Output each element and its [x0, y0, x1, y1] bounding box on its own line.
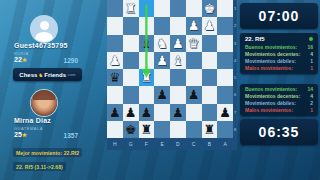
square-d1[interactable]: [170, 0, 186, 17]
stat-label: Malos movimientos:: [245, 65, 293, 72]
rank-label-8: 8: [233, 121, 237, 138]
rank-label-6: 6: [233, 86, 237, 103]
square-g1[interactable]: ♜: [123, 0, 139, 17]
piece-r-f8[interactable]: ♜: [141, 121, 153, 138]
square-d7[interactable]: ♟: [170, 104, 186, 121]
square-f5[interactable]: ♜: [139, 69, 155, 86]
piece-p-c6[interactable]: ♟: [188, 86, 200, 103]
logo-suffix: .com: [67, 72, 76, 77]
stat-label: Movimientos débiles:: [245, 58, 296, 65]
square-d2[interactable]: [170, 17, 186, 34]
stat-row: Malos movimientos:1: [240, 107, 318, 114]
rank-label-3: 3: [233, 35, 237, 52]
rank-label-1: 1: [233, 0, 237, 17]
piece-p-e6[interactable]: ♟: [156, 86, 168, 103]
piece-k-g8[interactable]: ♚: [125, 121, 137, 138]
top-player-stars: 22★: [14, 56, 27, 63]
file-label-B: B: [202, 141, 218, 147]
stat-value: 1: [310, 65, 313, 72]
chess-analysis-window: Guest46735795 RUSIA 22★ 1290 Chess ♞ Fri…: [0, 0, 320, 180]
rank-coordinates: 12345678: [233, 0, 237, 138]
square-f8[interactable]: ♜: [139, 121, 155, 138]
square-g8[interactable]: ♚: [123, 121, 139, 138]
file-label-D: D: [170, 141, 186, 147]
avatar-top-player: [31, 16, 57, 42]
star-icon: ★: [22, 57, 27, 63]
square-h6[interactable]: [107, 86, 123, 103]
stat-value: 1: [310, 58, 313, 65]
piece-b-f3[interactable]: ♝: [141, 35, 153, 52]
best-move-text: Mejor movimiento: 22.Rf2: [13, 148, 82, 157]
piece-P-b2[interactable]: ♟: [204, 17, 216, 34]
bottom-player-name: Mirna Diaz: [14, 117, 51, 124]
top-player-name: Guest46735795: [14, 42, 68, 49]
piece-P-e4[interactable]: ♟: [156, 52, 168, 69]
square-a6[interactable]: [217, 86, 233, 103]
piece-P-h4[interactable]: ♟: [109, 52, 121, 69]
piece-p-d7[interactable]: ♟: [172, 104, 184, 121]
chessfriends-logo: Chess ♞ Friends .com: [13, 68, 82, 81]
piece-Q-c3[interactable]: ♛: [188, 35, 200, 52]
stat-row: Movimientos débiles:1: [240, 58, 318, 65]
square-e4[interactable]: ♟: [154, 52, 170, 69]
avatar-silhouette-body: [35, 32, 53, 43]
star-icon: ★: [22, 132, 27, 138]
stat-label: Malos movimientos:: [245, 107, 293, 114]
square-b3[interactable]: [202, 35, 218, 52]
avatar-bottom-player: [31, 90, 57, 116]
current-move-row[interactable]: 22. Rf5: [240, 35, 318, 44]
square-h7[interactable]: ♟: [107, 104, 123, 121]
square-d8[interactable]: [170, 121, 186, 138]
square-a8[interactable]: [217, 121, 233, 138]
knight-shield-icon: ♞: [38, 72, 43, 78]
square-b8[interactable]: ♜: [202, 121, 218, 138]
square-a1[interactable]: [217, 0, 233, 17]
move-quality-panel-bottom: Buenos movimientos:14Movimientos decente…: [240, 84, 318, 116]
stat-label: Movimientos decentes:: [245, 93, 300, 100]
stat-row: Buenos movimientos:14: [240, 86, 318, 93]
stat-value: 2: [310, 100, 313, 107]
file-coordinates: HGFEDCBA: [107, 138, 237, 150]
bottom-player-clock: 06:35: [240, 119, 318, 145]
piece-p-a7[interactable]: ♟: [219, 104, 231, 121]
square-g2[interactable]: [123, 17, 139, 34]
board-squares: ♜♚♟♟♝♞♟♛♟♟♝♛♜♟♟♟♟♟♟♟♚♜♜: [107, 0, 233, 138]
square-b2[interactable]: ♟: [202, 17, 218, 34]
square-e6[interactable]: ♟: [154, 86, 170, 103]
square-g6[interactable]: [123, 86, 139, 103]
square-e8[interactable]: [154, 121, 170, 138]
square-d3[interactable]: ♟: [170, 35, 186, 52]
square-c8[interactable]: [186, 121, 202, 138]
file-label-C: C: [186, 141, 202, 147]
square-f2[interactable]: [139, 17, 155, 34]
file-label-E: E: [154, 141, 170, 147]
move-quality-dot: [309, 37, 313, 41]
piece-q-h5[interactable]: ♛: [109, 69, 121, 86]
rank-label-7: 7: [233, 104, 237, 121]
file-label-A: A: [217, 141, 233, 147]
square-f7[interactable]: ♟: [139, 104, 155, 121]
stat-row: Malos movimientos:1: [240, 65, 318, 72]
square-e7[interactable]: [154, 104, 170, 121]
square-e1[interactable]: [154, 0, 170, 17]
square-c2[interactable]: ♟: [186, 17, 202, 34]
piece-R-f5[interactable]: ♜: [141, 69, 153, 86]
square-h4[interactable]: ♟: [107, 52, 123, 69]
square-f1[interactable]: [139, 0, 155, 17]
stat-value: 4: [310, 51, 313, 58]
square-c4[interactable]: [186, 52, 202, 69]
stat-label: Buenos movimientos:: [245, 44, 297, 51]
square-c6[interactable]: ♟: [186, 86, 202, 103]
square-b7[interactable]: [202, 104, 218, 121]
square-a2[interactable]: [217, 17, 233, 34]
square-f6[interactable]: [139, 86, 155, 103]
square-e2[interactable]: [154, 17, 170, 34]
move-quality-panel-top: 22. Rf5 Buenos movimientos:16Movimientos…: [240, 33, 318, 74]
rank-label-2: 2: [233, 17, 237, 34]
square-c5[interactable]: [186, 69, 202, 86]
avatar-photo-hair: [33, 90, 55, 100]
square-h3[interactable]: [107, 35, 123, 52]
square-h1[interactable]: [107, 0, 123, 17]
stat-row: Movimientos débiles:2: [240, 100, 318, 107]
piece-K-b1[interactable]: ♚: [204, 0, 216, 17]
top-player-clock: 07:00: [240, 3, 318, 29]
piece-r-b8[interactable]: ♜: [204, 121, 216, 138]
piece-P-c2[interactable]: ♟: [188, 17, 200, 34]
piece-p-g7[interactable]: ♟: [125, 104, 137, 121]
rank-label-5: 5: [233, 69, 237, 86]
stat-value: 14: [307, 86, 313, 93]
square-e3[interactable]: ♞: [154, 35, 170, 52]
square-g5[interactable]: [123, 69, 139, 86]
chess-board: ♜♚♟♟♝♞♟♛♟♟♝♛♜♟♟♟♟♟♟♟♚♜♜ 12345678 HGFEDCB…: [107, 0, 237, 150]
file-label-H: H: [107, 141, 123, 147]
square-h8[interactable]: [107, 121, 123, 138]
square-c1[interactable]: [186, 0, 202, 17]
square-d6[interactable]: [170, 86, 186, 103]
played-move-eval-text: 22. Rf5 (3.11->2.68): [13, 162, 66, 171]
square-f3[interactable]: ♝: [139, 35, 155, 52]
stat-row: Movimientos decentes:4: [240, 93, 318, 100]
square-b5[interactable]: [202, 69, 218, 86]
square-h2[interactable]: [107, 17, 123, 34]
square-e5[interactable]: [154, 69, 170, 86]
piece-N-e3[interactable]: ♞: [156, 35, 168, 52]
rank-label-4: 4: [233, 52, 237, 69]
square-c3[interactable]: ♛: [186, 35, 202, 52]
stat-label: Movimientos decentes:: [245, 51, 300, 58]
piece-p-f7[interactable]: ♟: [141, 104, 153, 121]
square-b6[interactable]: [202, 86, 218, 103]
square-a3[interactable]: [217, 35, 233, 52]
stat-value: 1: [310, 107, 313, 114]
avatar-silhouette-head: [40, 21, 49, 30]
top-player-rating: 1290: [46, 57, 78, 64]
square-f4[interactable]: [139, 52, 155, 69]
file-label-G: G: [123, 141, 139, 147]
current-move-label: 22. Rf5: [245, 36, 265, 42]
logo-text2: Friends: [44, 72, 66, 78]
stat-label: Buenos movimientos:: [245, 86, 297, 93]
square-g7[interactable]: ♟: [123, 104, 139, 121]
square-g3[interactable]: [123, 35, 139, 52]
square-d4[interactable]: ♝: [170, 52, 186, 69]
square-b4[interactable]: [202, 52, 218, 69]
square-a5[interactable]: [217, 69, 233, 86]
square-a4[interactable]: [217, 52, 233, 69]
piece-P-d3[interactable]: ♟: [172, 35, 184, 52]
piece-B-d4[interactable]: ♝: [172, 52, 184, 69]
piece-R-g1[interactable]: ♜: [125, 0, 137, 17]
stat-value: 4: [310, 93, 313, 100]
stat-row: Buenos movimientos:16: [240, 44, 318, 51]
stat-value: 16: [307, 44, 313, 51]
stat-label: Movimientos débiles:: [245, 100, 296, 107]
bottom-player-stars: 25★: [14, 131, 27, 138]
stat-row: Movimientos decentes:4: [240, 51, 318, 58]
square-h5[interactable]: ♛: [107, 69, 123, 86]
file-label-F: F: [139, 141, 155, 147]
square-b1[interactable]: ♚: [202, 0, 218, 17]
piece-p-h7[interactable]: ♟: [109, 104, 121, 121]
square-a7[interactable]: ♟: [217, 104, 233, 121]
logo-text: Chess: [19, 72, 37, 78]
square-c7[interactable]: [186, 104, 202, 121]
square-d5[interactable]: [170, 69, 186, 86]
square-g4[interactable]: [123, 52, 139, 69]
bottom-player-rating: 1357: [46, 132, 78, 139]
